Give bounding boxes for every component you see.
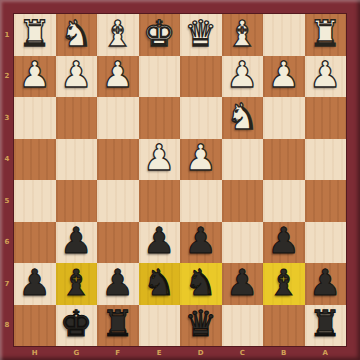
white-rook[interactable]: ♜: [19, 16, 51, 52]
square-c7[interactable]: ♟: [222, 263, 264, 305]
square-g2[interactable]: ♟: [56, 56, 98, 98]
square-d3[interactable]: [180, 97, 222, 139]
white-pawn[interactable]: ♟: [19, 57, 51, 93]
file-label-d: D: [180, 346, 222, 360]
square-c2[interactable]: ♟: [222, 56, 264, 98]
square-a7[interactable]: ♟: [305, 263, 347, 305]
square-d7[interactable]: ♞: [180, 263, 222, 305]
white-pawn[interactable]: ♟: [226, 57, 258, 93]
square-h1[interactable]: ♜: [14, 14, 56, 56]
square-d8[interactable]: ♛: [180, 305, 222, 347]
chess-board: ♜♞♝♚♛♝♜♟♟♟♟♟♟♞♟♟♟♟♟♟♟♝♟♞♞♟♝♟♚♜♛♜: [14, 14, 346, 346]
square-g6[interactable]: ♟: [56, 222, 98, 264]
square-f7[interactable]: ♟: [97, 263, 139, 305]
square-g5[interactable]: [56, 180, 98, 222]
square-b6[interactable]: ♟: [263, 222, 305, 264]
square-e4[interactable]: ♟: [139, 139, 181, 181]
square-c5[interactable]: [222, 180, 264, 222]
file-label-f: F: [97, 346, 139, 360]
square-d4[interactable]: ♟: [180, 139, 222, 181]
white-rook[interactable]: ♜: [309, 16, 341, 52]
square-h7[interactable]: ♟: [14, 263, 56, 305]
square-g7[interactable]: ♝: [56, 263, 98, 305]
square-h6[interactable]: [14, 222, 56, 264]
black-pawn[interactable]: ♟: [102, 265, 134, 301]
square-f1[interactable]: ♝: [97, 14, 139, 56]
square-d6[interactable]: ♟: [180, 222, 222, 264]
white-bishop[interactable]: ♝: [226, 16, 258, 52]
rank-label-4: 4: [0, 139, 14, 181]
square-c1[interactable]: ♝: [222, 14, 264, 56]
rank-label-6: 6: [0, 222, 14, 264]
square-h2[interactable]: ♟: [14, 56, 56, 98]
square-b5[interactable]: [263, 180, 305, 222]
file-coordinates: HGFEDCBA: [14, 346, 346, 360]
square-c6[interactable]: [222, 222, 264, 264]
square-c3[interactable]: ♞: [222, 97, 264, 139]
square-d5[interactable]: [180, 180, 222, 222]
white-knight[interactable]: ♞: [60, 16, 92, 52]
square-d2[interactable]: [180, 56, 222, 98]
square-h4[interactable]: [14, 139, 56, 181]
black-pawn[interactable]: ♟: [19, 265, 51, 301]
square-a3[interactable]: [305, 97, 347, 139]
black-pawn[interactable]: ♟: [185, 223, 217, 259]
square-e1[interactable]: ♚: [139, 14, 181, 56]
file-label-e: E: [139, 346, 181, 360]
square-e2[interactable]: [139, 56, 181, 98]
file-label-b: B: [263, 346, 305, 360]
square-c4[interactable]: [222, 139, 264, 181]
square-b1[interactable]: [263, 14, 305, 56]
square-a1[interactable]: ♜: [305, 14, 347, 56]
square-g8[interactable]: ♚: [56, 305, 98, 347]
rank-label-5: 5: [0, 180, 14, 222]
square-g4[interactable]: [56, 139, 98, 181]
square-d1[interactable]: ♛: [180, 14, 222, 56]
square-f3[interactable]: [97, 97, 139, 139]
black-pawn[interactable]: ♟: [143, 223, 175, 259]
square-b3[interactable]: [263, 97, 305, 139]
square-e6[interactable]: ♟: [139, 222, 181, 264]
square-h5[interactable]: [14, 180, 56, 222]
black-queen[interactable]: ♛: [185, 306, 217, 342]
white-pawn[interactable]: ♟: [268, 57, 300, 93]
square-a8[interactable]: ♜: [305, 305, 347, 347]
file-label-g: G: [56, 346, 98, 360]
square-b8[interactable]: [263, 305, 305, 347]
white-pawn[interactable]: ♟: [309, 57, 341, 93]
black-knight[interactable]: ♞: [143, 265, 175, 301]
square-a4[interactable]: [305, 139, 347, 181]
black-pawn[interactable]: ♟: [268, 223, 300, 259]
square-e8[interactable]: [139, 305, 181, 347]
black-pawn[interactable]: ♟: [60, 223, 92, 259]
square-b4[interactable]: [263, 139, 305, 181]
square-h3[interactable]: [14, 97, 56, 139]
square-a5[interactable]: [305, 180, 347, 222]
black-bishop[interactable]: ♝: [268, 265, 300, 301]
black-rook[interactable]: ♜: [309, 306, 341, 342]
white-queen[interactable]: ♛: [185, 16, 217, 52]
black-knight[interactable]: ♞: [185, 265, 217, 301]
square-f5[interactable]: [97, 180, 139, 222]
white-pawn[interactable]: ♟: [143, 140, 175, 176]
square-b7[interactable]: ♝: [263, 263, 305, 305]
square-b2[interactable]: ♟: [263, 56, 305, 98]
white-pawn[interactable]: ♟: [60, 57, 92, 93]
black-bishop[interactable]: ♝: [60, 265, 92, 301]
file-label-c: C: [222, 346, 264, 360]
rank-coordinates: 12345678: [0, 14, 14, 346]
black-pawn[interactable]: ♟: [309, 265, 341, 301]
rank-label-3: 3: [0, 97, 14, 139]
black-pawn[interactable]: ♟: [226, 265, 258, 301]
white-pawn[interactable]: ♟: [102, 57, 134, 93]
rank-label-1: 1: [0, 14, 14, 56]
square-g3[interactable]: [56, 97, 98, 139]
square-f8[interactable]: ♜: [97, 305, 139, 347]
file-label-h: H: [14, 346, 56, 360]
white-king[interactable]: ♚: [143, 16, 175, 52]
square-a6[interactable]: [305, 222, 347, 264]
square-f2[interactable]: ♟: [97, 56, 139, 98]
file-label-a: A: [305, 346, 347, 360]
black-rook[interactable]: ♜: [102, 306, 134, 342]
white-bishop[interactable]: ♝: [102, 16, 134, 52]
square-e7[interactable]: ♞: [139, 263, 181, 305]
rank-label-7: 7: [0, 263, 14, 305]
square-f4[interactable]: [97, 139, 139, 181]
chessboard-screenshot: ♜♞♝♚♛♝♜♟♟♟♟♟♟♞♟♟♟♟♟♟♟♝♟♞♞♟♝♟♚♜♛♜ 1234567…: [0, 0, 360, 360]
black-king[interactable]: ♚: [60, 306, 92, 342]
white-pawn[interactable]: ♟: [185, 140, 217, 176]
white-knight[interactable]: ♞: [226, 99, 258, 135]
square-h8[interactable]: [14, 305, 56, 347]
square-f6[interactable]: [97, 222, 139, 264]
rank-label-2: 2: [0, 56, 14, 98]
rank-label-8: 8: [0, 305, 14, 347]
square-g1[interactable]: ♞: [56, 14, 98, 56]
square-e3[interactable]: [139, 97, 181, 139]
square-c8[interactable]: [222, 305, 264, 347]
square-e5[interactable]: [139, 180, 181, 222]
square-a2[interactable]: ♟: [305, 56, 347, 98]
